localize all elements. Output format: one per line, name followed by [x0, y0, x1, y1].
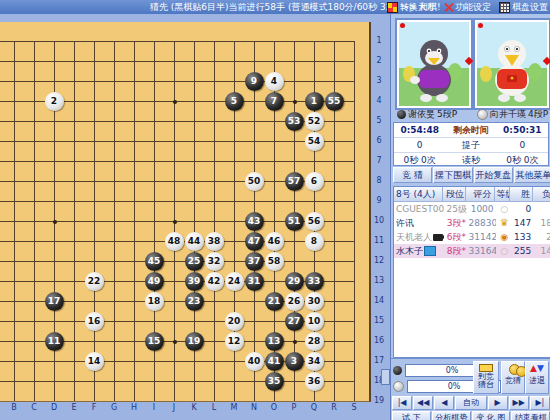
coins-icon: [502, 362, 524, 375]
go-stone-black-move-41: 41: [265, 352, 284, 371]
go-stone-black-move-43: 43: [245, 212, 264, 231]
table-header-row: 8号 (4人) 段位 评分 等级 胜 负: [394, 187, 550, 202]
switch-lobby-button[interactable]: 转换大厅: [387, 0, 436, 14]
black-player-avatar: [395, 18, 473, 110]
go-stone-white-move-50: 50: [245, 172, 264, 191]
go-stone-black-move-3: 3: [285, 352, 304, 371]
nav-prev-button[interactable]: ◀: [434, 396, 454, 410]
go-stone-black-move-51: 51: [285, 212, 304, 231]
black-stone-icon: [397, 110, 406, 119]
board-column-labels: ABCDEFGHIJKLMNOPQRS: [0, 402, 372, 416]
go-stone-white-move-34: 34: [305, 352, 324, 371]
settings-button[interactable]: 功能设定: [444, 0, 491, 14]
go-stone-white-move-20: 20: [225, 312, 244, 331]
star-point: [173, 100, 177, 104]
start-review-button[interactable]: 开始复盘: [474, 167, 513, 183]
record-dot-icon: [400, 23, 405, 28]
go-stone-white-move-38: 38: [205, 232, 224, 251]
go-board[interactable]: 1234567891011121314151617181920212223242…: [0, 22, 371, 402]
analyze-position-button[interactable]: 分析棋势: [432, 411, 471, 420]
go-stone-white-move-14: 14: [85, 352, 104, 371]
nav-prev10-button[interactable]: ◀◀: [413, 396, 433, 410]
clock-panel: 0:54:48 剩余时间 0:50:31 0 提子 0 0秒 0次 读秒 0秒 …: [393, 122, 549, 166]
broadcast-camera-icon: [433, 234, 443, 241]
other-menu-button[interactable]: 其他菜单: [514, 167, 550, 183]
table-row[interactable]: 天机老人 6段* 31142 ◉ 133 2: [394, 230, 550, 244]
go-stone-white-move-52: 52: [305, 112, 324, 131]
white-captures: 0: [497, 140, 548, 150]
go-stone-white-move-30: 30: [305, 292, 324, 311]
go-stone-black-move-55: 55: [325, 92, 344, 111]
go-stone-white-move-48: 48: [165, 232, 184, 251]
white-stone-icon: [393, 381, 404, 392]
table-row[interactable]: 许讯 3段* 28830 ♛ 147 18: [394, 216, 550, 230]
go-stone-black-move-31: 31: [245, 272, 264, 291]
go-stone-white-move-26: 26: [285, 292, 304, 311]
banner-icon: [479, 364, 493, 372]
go-stone-black-move-49: 49: [145, 272, 164, 291]
settings-icon: [444, 3, 453, 12]
review-button-row: 试 下 分析棋势 变 化 图 结束看棋: [392, 411, 550, 420]
go-stone-black-move-57: 57: [285, 172, 304, 191]
time-row: 0:54:48 剩余时间 0:50:31: [394, 123, 548, 138]
play-go-button[interactable]: 摆下围棋: [433, 167, 472, 183]
go-stone-black-move-33: 33: [305, 272, 324, 291]
go-stone-black-move-21: 21: [265, 292, 284, 311]
betting-panel: 0% 0% 竞猜 ▲▼ 进退 到竞猜台: [391, 358, 550, 396]
record-dot-icon: [478, 23, 483, 28]
go-stone-black-move-9: 9: [245, 72, 264, 91]
player-names-row: 谢依旻5段P 向井千瑛4段P: [391, 108, 550, 121]
black-time: 0:54:48: [394, 125, 445, 135]
go-stone-white-move-12: 12: [225, 332, 244, 351]
bet-arena-button[interactable]: 到竞猜台: [473, 361, 499, 394]
black-byoyomi: 0秒 0次: [394, 154, 445, 167]
go-stone-black-move-47: 47: [245, 232, 264, 251]
up-down-arrows-icon: ▲▼: [526, 362, 548, 375]
board-grid-icon: [499, 2, 510, 13]
room-player-table: 8号 (4人) 段位 评分 等级 胜 负 CGUEST0062 25级 1000…: [393, 186, 550, 358]
black-avatar-scene: [399, 22, 469, 106]
go-stone-white-move-42: 42: [205, 272, 224, 291]
go-stone-white-move-46: 46: [265, 232, 284, 251]
go-stone-black-move-7: 7: [265, 92, 284, 111]
star-point: [173, 340, 177, 344]
side-panel: 谢依旻5段P 向井千瑛4段P 0:54:48 剩余时间 0:50:31 0 提子…: [390, 14, 550, 420]
go-stone-black-move-45: 45: [145, 252, 164, 271]
go-stone-white-move-8: 8: [305, 232, 324, 251]
variation-diagram-button[interactable]: 变 化 图: [472, 411, 511, 420]
go-stone-black-move-53: 53: [285, 112, 304, 131]
go-stone-black-move-35: 35: [265, 372, 284, 391]
board-row-labels: 12345678910111213141516171819: [371, 22, 388, 401]
go-stone-black-move-17: 17: [45, 292, 64, 311]
go-stone-white-move-18: 18: [145, 292, 164, 311]
title-bar: 猜先 (黑棋贴6目半)当前进行58手 (普通模式180分/60秒 3次) >> …: [0, 0, 550, 14]
table-row[interactable]: CGUEST0062 25级 1000 ○ 0: [394, 202, 550, 216]
nav-last-button[interactable]: ▶|: [530, 396, 550, 410]
go-stone-black-move-29: 29: [285, 272, 304, 291]
stop-watching-button[interactable]: 结束看棋: [511, 411, 550, 420]
go-stone-black-move-25: 25: [185, 252, 204, 271]
go-stone-white-move-22: 22: [85, 272, 104, 291]
captures-label: 提子: [445, 139, 496, 152]
watching-tv-icon: [424, 246, 436, 256]
go-stone-black-move-11: 11: [45, 332, 64, 351]
go-stone-black-move-23: 23: [185, 292, 204, 311]
black-bird-avatar: [399, 22, 469, 106]
star-point: [293, 100, 297, 104]
go-stone-black-move-15: 15: [145, 332, 164, 351]
panel-splitter-handle[interactable]: [381, 369, 390, 385]
try-move-button[interactable]: 试 下: [392, 411, 431, 420]
white-player-avatar: [473, 18, 550, 110]
nav-next-button[interactable]: ▶: [488, 396, 508, 410]
go-stone-white-move-10: 10: [305, 312, 324, 331]
byoyomi-row: 0秒 0次 读秒 0秒 0次: [394, 153, 548, 167]
go-stone-black-move-27: 27: [285, 312, 304, 331]
go-stone-white-move-58: 58: [265, 252, 284, 271]
go-stone-white-move-36: 36: [305, 372, 324, 391]
table-body: CGUEST0062 25级 1000 ○ 0 许讯 3段* 28830 ♛ 1…: [394, 202, 550, 258]
go-stone-white-move-40: 40: [245, 352, 264, 371]
black-player-name: 谢依旻5段P: [391, 108, 471, 121]
bet-coins-button[interactable]: 竞猜: [501, 361, 525, 394]
nav-next10-button[interactable]: ▶▶: [509, 396, 529, 410]
black-captures: 0: [394, 140, 445, 150]
byoyomi-label: 读秒: [445, 154, 496, 167]
star-point: [293, 340, 297, 344]
white-stone-icon: [477, 109, 488, 120]
action-button-row: 竞 猜 摆下围棋 开始复盘 其他菜单: [391, 167, 550, 183]
nav-first-button[interactable]: |◀: [392, 396, 412, 410]
go-stone-black-move-13: 13: [265, 332, 284, 351]
go-stone-white-move-16: 16: [85, 312, 104, 331]
star-point: [53, 220, 57, 224]
go-stone-white-move-4: 4: [265, 72, 284, 91]
white-player-name: 向井千瑛4段P: [471, 108, 550, 121]
go-stone-black-move-39: 39: [185, 272, 204, 291]
white-byoyomi: 0秒 0次: [497, 154, 548, 167]
go-stone-white-move-28: 28: [305, 332, 324, 351]
go-stone-white-move-6: 6: [305, 172, 324, 191]
go-stone-white-move-54: 54: [305, 132, 324, 151]
go-stone-black-move-19: 19: [185, 332, 204, 351]
go-stone-black-move-37: 37: [245, 252, 264, 271]
lobby-icon: [387, 2, 398, 13]
board-style-button[interactable]: 棋盘设置: [499, 0, 548, 14]
nav-auto-button[interactable]: 自动: [455, 396, 486, 410]
white-bird-avatar: [477, 22, 547, 106]
go-stone-white-move-2: 2: [45, 92, 64, 111]
go-client-window: 猜先 (黑棋贴6目半)当前进行58手 (普通模式180分/60秒 3次) >> …: [0, 0, 550, 420]
bet-guess-button[interactable]: 竞 猜: [393, 167, 432, 183]
go-stone-black-move-1: 1: [305, 92, 324, 111]
step-button[interactable]: ▲▼ 进退: [525, 361, 549, 394]
titlebar-buttons: 转换大厅 功能设定 棋盘设置: [387, 0, 548, 14]
go-stone-white-move-32: 32: [205, 252, 224, 271]
captures-row: 0 提子 0: [394, 138, 548, 153]
star-point: [173, 220, 177, 224]
white-avatar-scene: [477, 22, 547, 106]
table-row[interactable]: 水木子 8段* 33164 ○ 255 14: [394, 244, 550, 258]
move-nav-bar: |◀◀◀◀自动▶▶▶▶|: [392, 396, 550, 410]
board-panel: 1234567891011121314151617181920212223242…: [0, 14, 390, 420]
go-stone-white-move-24: 24: [225, 272, 244, 291]
white-time: 0:50:31: [497, 125, 548, 135]
black-stone-icon: [393, 366, 402, 375]
go-stone-black-move-5: 5: [225, 92, 244, 111]
time-label: 剩余时间: [445, 124, 496, 137]
go-stone-white-move-56: 56: [305, 212, 324, 231]
go-stone-white-move-44: 44: [185, 232, 204, 251]
